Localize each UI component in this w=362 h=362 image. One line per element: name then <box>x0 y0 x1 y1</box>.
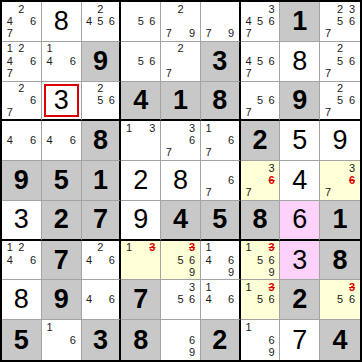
candidate-slot-empty <box>254 28 266 40</box>
given-digit: 8 <box>212 87 227 114</box>
candidate-slot-empty <box>123 28 135 40</box>
candidate-grid: 67 <box>201 161 239 200</box>
cell-r8c4[interactable]: 7 <box>121 280 161 320</box>
candidate-slot-empty <box>225 15 236 27</box>
candidate-slot-empty <box>95 306 106 318</box>
cell-r4c8[interactable]: 5 <box>280 121 320 161</box>
cell-r7c7[interactable]: 13569 <box>241 241 281 281</box>
candidate-7: 7 <box>322 187 334 199</box>
candidate-slot-empty <box>163 55 175 67</box>
cell-r8c1[interactable]: 8 <box>2 280 42 320</box>
given-digit: 2 <box>212 327 227 354</box>
candidate-slot-empty <box>254 281 266 293</box>
cell-r4c2[interactable]: 46 <box>42 121 82 161</box>
cell-r9c5[interactable]: 69 <box>161 320 201 360</box>
candidate-slot-empty <box>225 187 236 199</box>
candidate-slot-empty <box>67 122 79 134</box>
candidate-slot-empty <box>322 83 334 95</box>
candidate-6: 6 <box>27 55 39 67</box>
cell-r8c9[interactable]: 356 <box>320 280 360 320</box>
candidate-2: 2 <box>334 83 346 95</box>
candidate-grid: 27 <box>161 42 200 81</box>
candidate-slot-empty <box>334 187 346 199</box>
candidate-4: 4 <box>84 15 95 27</box>
candidate-slot-empty <box>147 3 159 15</box>
candidate-slot-empty <box>123 67 135 79</box>
given-digit: 1 <box>93 167 108 194</box>
candidate-slot-empty <box>322 306 334 318</box>
given-digit: 1 <box>333 206 348 233</box>
candidate-slot-empty <box>225 122 236 134</box>
cell-r7c6[interactable]: 1469 <box>201 241 241 281</box>
candidate-slot-empty <box>175 122 187 134</box>
cell-r1c2[interactable]: 8 <box>42 2 82 42</box>
candidate-7: 7 <box>4 67 16 79</box>
candidate-6: 6 <box>27 135 39 147</box>
given-digit: 3 <box>212 48 227 75</box>
candidate-6: 6 <box>147 15 159 27</box>
given-digit: 1 <box>173 87 188 114</box>
candidate-grid: 13569 <box>241 241 280 280</box>
candidate-slot-empty <box>322 15 334 27</box>
cell-r4c7[interactable]: 2 <box>241 121 281 161</box>
cell-r7c4[interactable]: 13 <box>121 241 161 281</box>
cell-r2c2[interactable]: 146 <box>42 42 82 82</box>
candidate-slot-empty <box>16 106 28 118</box>
candidate-slot-empty <box>163 306 175 318</box>
candidate-slot-empty <box>175 346 187 359</box>
candidate-slot-empty <box>84 281 95 293</box>
cell-r2c3[interactable]: 9 <box>82 42 122 82</box>
cell-r1c1[interactable]: 2467 <box>2 2 42 42</box>
candidate-slot-empty <box>214 174 225 186</box>
solved-digit: 9 <box>333 127 348 154</box>
cell-r9c4[interactable]: 8 <box>121 320 161 360</box>
candidate-slot-empty <box>135 266 147 278</box>
candidate-6: 6 <box>106 294 117 306</box>
cell-r2c7[interactable]: 4567 <box>241 42 281 82</box>
candidate-slot-empty <box>147 28 159 40</box>
cell-r7c3[interactable]: 246 <box>82 241 122 281</box>
cell-r5c8[interactable]: 4 <box>280 161 320 201</box>
candidate-slot-empty <box>44 334 56 347</box>
candidate-1: 1 <box>44 43 56 55</box>
cell-r9c7[interactable]: 169 <box>241 320 281 360</box>
candidate-slot-empty <box>55 346 67 359</box>
candidate-slot-empty <box>214 28 225 40</box>
candidate-slot-empty <box>243 254 255 266</box>
candidate-slot-empty <box>135 254 147 266</box>
candidate-slot-empty <box>175 266 187 278</box>
cell-r3c8[interactable]: 9 <box>280 82 320 122</box>
cell-r7c8[interactable]: 3 <box>280 241 320 281</box>
cell-r5c7[interactable]: 367 <box>241 161 281 201</box>
candidate-slot-empty <box>163 266 175 278</box>
candidate-slot-empty <box>254 306 266 318</box>
cell-r1c5[interactable]: 279 <box>161 2 201 42</box>
candidate-grid: 279 <box>161 2 200 41</box>
candidate-2: 2 <box>95 242 106 254</box>
given-digit: 5 <box>14 327 29 354</box>
cell-r8c5[interactable]: 356 <box>161 280 201 320</box>
candidate-slot-empty <box>27 106 39 118</box>
candidate-slot-empty <box>44 147 56 159</box>
candidate-slot-empty <box>135 3 147 15</box>
cell-r1c6[interactable]: 79 <box>201 2 241 42</box>
given-digit: 9 <box>14 167 29 194</box>
given-digit: 5 <box>54 167 69 194</box>
cell-r6c6[interactable]: 5 <box>201 201 241 241</box>
candidate-slot-empty <box>84 306 95 318</box>
candidate-slot-empty <box>214 147 225 159</box>
candidate-slot-empty <box>243 334 255 347</box>
candidate-slot-empty <box>16 15 28 27</box>
candidate-6: 6 <box>186 334 198 347</box>
candidate-4: 4 <box>44 55 56 67</box>
candidate-6: 6 <box>106 254 117 266</box>
candidate-grid: 367 <box>161 121 200 160</box>
candidate-slot-empty <box>346 83 358 95</box>
candidate-slot-empty <box>4 122 16 134</box>
cell-r3c3[interactable]: 256 <box>82 82 122 122</box>
candidate-4: 4 <box>203 294 214 306</box>
candidate-grid: 167 <box>201 121 239 160</box>
cell-r3c7[interactable]: 567 <box>241 82 281 122</box>
candidate-slot-empty <box>163 321 175 334</box>
candidate-slot-empty <box>266 321 278 334</box>
solved-digit: 3 <box>292 247 307 274</box>
candidate-4: 4 <box>4 55 16 67</box>
cell-r7c2[interactable]: 7 <box>42 241 82 281</box>
cell-r2c9[interactable]: 2567 <box>320 42 360 82</box>
candidate-slot-empty <box>334 174 346 186</box>
cell-r6c2[interactable]: 2 <box>42 201 82 241</box>
cell-r5c9[interactable]: 367 <box>320 161 360 201</box>
candidate-slot-empty <box>67 346 79 359</box>
candidate-slot-empty <box>106 3 117 15</box>
candidate-slot-empty <box>84 28 95 40</box>
cell-r5c5[interactable]: 8 <box>161 161 201 201</box>
candidate-5: 5 <box>254 94 266 106</box>
candidate-slot-empty <box>147 254 159 266</box>
candidate-slot-empty <box>203 162 214 174</box>
candidate-slot-empty <box>27 67 39 79</box>
candidate-slot-empty <box>27 242 39 254</box>
cell-r5c1[interactable]: 9 <box>2 161 42 201</box>
solved-digit: 7 <box>292 327 307 354</box>
cell-r6c4[interactable]: 9 <box>121 201 161 241</box>
cell-r3c9[interactable]: 2567 <box>320 82 360 122</box>
candidate-slot-empty <box>16 122 28 134</box>
cell-r1c3[interactable]: 2456 <box>82 2 122 42</box>
candidate-slot-empty <box>67 147 79 159</box>
cell-r9c3[interactable]: 3 <box>82 320 122 360</box>
cell-r3c4[interactable]: 4 <box>121 82 161 122</box>
candidate-slot-empty <box>243 346 255 359</box>
cell-r6c3[interactable]: 7 <box>82 201 122 241</box>
candidate-grid: 34567 <box>241 2 280 41</box>
cell-r4c1[interactable]: 46 <box>2 121 42 161</box>
solved-digit: 8 <box>292 48 307 75</box>
candidate-3-eliminated: 3 <box>266 281 278 293</box>
candidate-2: 2 <box>175 3 187 15</box>
candidate-6: 6 <box>27 254 39 266</box>
cell-r9c2[interactable]: 16 <box>42 320 82 360</box>
candidate-grid: 1246 <box>2 241 41 280</box>
candidate-6-eliminated: 6 <box>266 174 278 186</box>
cell-r8c8[interactable]: 2 <box>280 280 320 320</box>
candidate-7: 7 <box>243 67 255 79</box>
cell-r5c4[interactable]: 2 <box>121 161 161 201</box>
cell-r3c2[interactable]: 3 <box>42 82 82 122</box>
cell-r9c9[interactable]: 4 <box>320 320 360 360</box>
candidate-slot-empty <box>225 306 236 318</box>
candidate-7: 7 <box>243 28 255 40</box>
candidate-slot-empty <box>175 135 187 147</box>
candidate-slot-empty <box>163 122 175 134</box>
candidate-9: 9 <box>266 266 278 278</box>
candidate-6: 6 <box>225 135 236 147</box>
candidate-5: 5 <box>254 15 266 27</box>
candidate-6: 6 <box>266 334 278 347</box>
candidate-grid: 12467 <box>2 42 41 81</box>
candidate-slot-empty <box>27 122 39 134</box>
cell-r4c9[interactable]: 9 <box>320 121 360 161</box>
cell-r6c5[interactable]: 4 <box>161 201 201 241</box>
candidate-slot-empty <box>175 55 187 67</box>
candidate-slot-empty <box>147 43 159 55</box>
candidate-4: 4 <box>243 15 255 27</box>
given-digit: 9 <box>292 87 307 114</box>
candidate-3: 3 <box>186 281 198 293</box>
candidate-slot-empty <box>163 43 175 55</box>
cell-r8c6[interactable]: 146 <box>201 280 241 320</box>
candidate-slot-empty <box>214 266 225 278</box>
candidate-grid: 367 <box>241 161 280 200</box>
candidate-4: 4 <box>4 15 16 27</box>
candidate-6: 6 <box>147 55 159 67</box>
candidate-3: 3 <box>186 122 198 134</box>
candidate-slot-empty <box>135 147 147 159</box>
candidate-slot-empty <box>225 3 236 15</box>
cell-r8c2[interactable]: 9 <box>42 280 82 320</box>
candidate-2: 2 <box>16 242 28 254</box>
cell-r3c1[interactable]: 267 <box>2 82 42 122</box>
cell-r4c6[interactable]: 167 <box>201 121 241 161</box>
candidate-5: 5 <box>135 15 147 27</box>
candidate-slot-empty <box>346 187 358 199</box>
candidate-slot-empty <box>175 321 187 334</box>
cell-r5c3[interactable]: 1 <box>82 161 122 201</box>
candidate-slot-empty <box>214 187 225 199</box>
candidate-slot-empty <box>16 28 28 40</box>
candidate-slot-empty <box>27 3 39 15</box>
solved-digit: 8 <box>54 8 69 35</box>
cell-r6c7[interactable]: 8 <box>241 201 281 241</box>
candidate-4: 4 <box>84 294 95 306</box>
candidate-6: 6 <box>186 135 198 147</box>
candidate-6: 6 <box>225 174 236 186</box>
candidate-slot-empty <box>27 43 39 55</box>
given-digit: 3 <box>93 327 108 354</box>
candidate-slot-empty <box>254 106 266 118</box>
candidate-3: 3 <box>266 3 278 15</box>
given-digit: 2 <box>253 127 268 154</box>
candidate-slot-empty <box>84 266 95 278</box>
candidate-slot-empty <box>163 135 175 147</box>
candidate-6: 6 <box>67 135 79 147</box>
candidate-slot-empty <box>214 15 225 27</box>
candidate-slot-empty <box>243 83 255 95</box>
candidate-slot-empty <box>147 135 159 147</box>
candidate-slot-empty <box>334 281 346 293</box>
candidate-slot-empty <box>4 94 16 106</box>
candidate-slot-empty <box>203 174 214 186</box>
candidate-9: 9 <box>186 266 198 278</box>
candidate-slot-empty <box>346 67 358 79</box>
candidate-slot-empty <box>147 266 159 278</box>
candidate-slot-empty <box>254 3 266 15</box>
candidate-slot-empty <box>123 43 135 55</box>
candidate-grid: 146 <box>201 280 239 319</box>
candidate-2: 2 <box>334 3 346 15</box>
candidate-slot-empty <box>44 67 56 79</box>
candidate-slot-empty <box>84 106 95 118</box>
cell-r8c3[interactable]: 46 <box>82 280 122 320</box>
candidate-slot-empty <box>106 306 117 318</box>
candidate-slot-empty <box>16 147 28 159</box>
candidate-slot-empty <box>95 106 106 118</box>
candidate-slot-empty <box>55 122 67 134</box>
candidate-6: 6 <box>266 15 278 27</box>
solved-digit: 3 <box>54 87 69 114</box>
candidate-7: 7 <box>203 147 214 159</box>
cell-r8c7[interactable]: 1356 <box>241 280 281 320</box>
candidate-slot-empty <box>16 254 28 266</box>
candidate-slot-empty <box>95 254 106 266</box>
candidate-1: 1 <box>44 321 56 334</box>
candidate-slot-empty <box>16 67 28 79</box>
candidate-slot-empty <box>55 43 67 55</box>
candidate-slot-empty <box>186 306 198 318</box>
candidate-slot-empty <box>203 306 214 318</box>
candidate-slot-empty <box>322 43 334 55</box>
cell-r2c1[interactable]: 12467 <box>2 42 42 82</box>
candidate-slot-empty <box>106 266 117 278</box>
cell-r2c5[interactable]: 27 <box>161 42 201 82</box>
candidate-slot-empty <box>135 43 147 55</box>
candidate-5: 5 <box>334 94 346 106</box>
cell-r6c1[interactable]: 3 <box>2 201 42 241</box>
cell-r3c5[interactable]: 1 <box>161 82 201 122</box>
candidate-slot-empty <box>322 281 334 293</box>
cell-r3c6[interactable]: 8 <box>201 82 241 122</box>
candidate-slot-empty <box>67 43 79 55</box>
cell-r7c5[interactable]: 3569 <box>161 241 201 281</box>
candidate-slot-empty <box>334 28 346 40</box>
candidate-slot-empty <box>243 174 255 186</box>
candidate-slot-empty <box>266 28 278 40</box>
candidate-slot-empty <box>123 55 135 67</box>
given-digit: 4 <box>133 87 148 114</box>
cell-r9c1[interactable]: 5 <box>2 320 42 360</box>
candidate-slot-empty <box>106 281 117 293</box>
cell-r2c4[interactable]: 56 <box>121 42 161 82</box>
candidate-slot-empty <box>186 67 198 79</box>
cell-r2c6[interactable]: 3 <box>201 42 241 82</box>
candidate-slot-empty <box>225 242 236 254</box>
given-digit: 5 <box>212 206 227 233</box>
cell-r2c8[interactable]: 8 <box>280 42 320 82</box>
candidate-slot-empty <box>214 135 225 147</box>
solved-digit: 3 <box>14 206 29 233</box>
candidate-grid: 56 <box>121 2 160 41</box>
candidate-3: 3 <box>266 162 278 174</box>
candidate-slot-empty <box>214 306 225 318</box>
candidate-slot-empty <box>254 174 266 186</box>
solved-digit: 8 <box>14 286 29 313</box>
candidate-slot-empty <box>135 28 147 40</box>
cell-r4c3[interactable]: 8 <box>82 121 122 161</box>
candidate-slot-empty <box>16 266 28 278</box>
candidate-slot-empty <box>135 67 147 79</box>
candidate-slot-empty <box>163 15 175 27</box>
candidate-slot-empty <box>266 306 278 318</box>
cell-r6c8[interactable]: 6 <box>280 201 320 241</box>
candidate-grid: 256 <box>82 82 120 120</box>
candidate-slot-empty <box>123 266 135 278</box>
candidate-3: 3 <box>346 162 358 174</box>
candidate-slot-empty <box>186 43 198 55</box>
candidate-9: 9 <box>225 28 236 40</box>
candidate-7: 7 <box>4 106 16 118</box>
candidate-slot-empty <box>16 94 28 106</box>
candidate-slot-empty <box>106 83 117 95</box>
candidate-5: 5 <box>95 94 106 106</box>
cell-r9c8[interactable]: 7 <box>280 320 320 360</box>
candidate-7: 7 <box>203 28 214 40</box>
cell-r1c4[interactable]: 56 <box>121 2 161 42</box>
candidate-9: 9 <box>225 266 236 278</box>
cell-r7c1[interactable]: 1246 <box>2 241 42 281</box>
candidate-slot-empty <box>163 294 175 306</box>
candidate-slot-empty <box>44 346 56 359</box>
candidate-2: 2 <box>95 3 106 15</box>
cell-r6c9[interactable]: 1 <box>320 201 360 241</box>
cell-r5c2[interactable]: 5 <box>42 161 82 201</box>
solved-digit: 9 <box>133 206 148 233</box>
given-digit: 1 <box>292 8 307 35</box>
candidate-slot-empty <box>163 334 175 347</box>
cell-r4c5[interactable]: 367 <box>161 121 201 161</box>
candidate-slot-empty <box>254 67 266 79</box>
candidate-7: 7 <box>322 28 334 40</box>
cell-r1c7[interactable]: 34567 <box>241 2 281 42</box>
candidate-6: 6 <box>67 55 79 67</box>
candidate-2: 2 <box>95 83 106 95</box>
cell-r9c6[interactable]: 2 <box>201 320 241 360</box>
cell-r5c6[interactable]: 67 <box>201 161 241 201</box>
cell-r1c9[interactable]: 23567 <box>320 2 360 42</box>
cell-r1c8[interactable]: 1 <box>280 2 320 42</box>
candidate-6: 6 <box>266 254 278 266</box>
cell-r7c9[interactable]: 8 <box>320 241 360 281</box>
candidate-6: 6 <box>27 15 39 27</box>
candidate-grid: 46 <box>82 280 120 319</box>
candidate-slot-empty <box>322 294 334 306</box>
cell-r4c4[interactable]: 13 <box>121 121 161 161</box>
candidate-9: 9 <box>186 28 198 40</box>
